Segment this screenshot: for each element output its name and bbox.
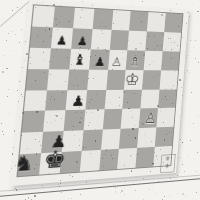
square-f7[interactable] <box>128 31 147 51</box>
square-h6[interactable] <box>161 51 179 70</box>
square-c8[interactable] <box>73 8 94 29</box>
square-d8[interactable] <box>92 9 113 30</box>
piece-black-pawn[interactable]: ♟ <box>55 35 68 47</box>
piece-white-pawn[interactable]: ♙ <box>143 112 157 127</box>
square-f4[interactable] <box>123 89 143 109</box>
piece-black-king[interactable]: ♚ <box>42 148 67 173</box>
piece-black-pawn[interactable]: ♟ <box>71 94 86 108</box>
piece-white-bishop[interactable]: ♗ <box>128 54 142 68</box>
square-h8[interactable] <box>164 13 182 33</box>
square-h3[interactable] <box>156 108 175 128</box>
piece-black-bishop[interactable]: ♝ <box>72 53 87 68</box>
square-f2[interactable] <box>119 128 139 149</box>
square-g2[interactable] <box>137 128 156 148</box>
square-e3[interactable] <box>102 109 122 130</box>
board-photo: ♟♟♝♟♙♗♔♟♙♟♞♚ ···· ⚜ ⚜ <box>0 0 200 200</box>
square-d1[interactable] <box>79 150 100 172</box>
board-logo-icon: ⚜ ⚜ <box>159 153 175 172</box>
square-g8[interactable] <box>147 12 166 32</box>
square-c5[interactable] <box>67 69 88 90</box>
square-f8[interactable] <box>129 11 148 31</box>
board-sheet: ♟♟♝♟♙♗♔♟♙♟♞♚ ···· ⚜ ⚜ <box>11 0 189 186</box>
square-b4[interactable] <box>45 90 67 111</box>
square-e7[interactable] <box>109 30 129 50</box>
square-a3[interactable] <box>22 111 45 133</box>
square-f3[interactable] <box>121 109 141 129</box>
chess-board: ♟♟♝♟♙♗♔♟♙♟♞♚ <box>18 5 183 176</box>
piece-white-king[interactable]: ♔ <box>124 71 141 88</box>
piece-black-pawn[interactable]: ♟ <box>76 36 88 48</box>
square-a6[interactable] <box>28 47 51 68</box>
square-d5[interactable] <box>87 69 108 89</box>
square-b3[interactable] <box>43 110 65 132</box>
square-d3[interactable] <box>83 110 104 131</box>
square-f1[interactable] <box>117 148 137 169</box>
square-h5[interactable] <box>160 70 178 89</box>
square-d4[interactable] <box>85 89 106 110</box>
piece-white-pawn[interactable]: ♙ <box>111 56 123 68</box>
border-microprint: ···· <box>179 53 186 84</box>
square-g5[interactable] <box>142 70 161 89</box>
square-g6[interactable] <box>144 51 163 71</box>
square-a5[interactable] <box>26 69 49 90</box>
square-h2[interactable] <box>155 127 174 147</box>
square-e1[interactable] <box>99 149 119 170</box>
square-a7[interactable] <box>30 26 53 48</box>
square-e8[interactable] <box>111 10 131 31</box>
square-h7[interactable] <box>163 32 181 51</box>
square-h4[interactable] <box>158 89 176 108</box>
square-e4[interactable] <box>104 89 124 109</box>
piece-black-knight[interactable]: ♞ <box>13 153 35 175</box>
piece-black-pawn[interactable]: ♟ <box>94 56 106 68</box>
logo-glyph-bottom: ⚜ <box>164 163 170 171</box>
square-g7[interactable] <box>145 31 164 51</box>
square-d2[interactable] <box>81 130 102 151</box>
square-a8[interactable] <box>32 5 55 27</box>
square-b5[interactable] <box>47 69 69 90</box>
square-g1[interactable] <box>136 147 155 168</box>
square-c3[interactable] <box>63 110 85 131</box>
square-g4[interactable] <box>141 89 160 109</box>
square-e2[interactable] <box>101 129 121 150</box>
square-b6[interactable] <box>49 48 71 69</box>
square-b8[interactable] <box>53 7 75 29</box>
square-a4[interactable] <box>24 90 47 112</box>
square-d7[interactable] <box>90 29 111 50</box>
